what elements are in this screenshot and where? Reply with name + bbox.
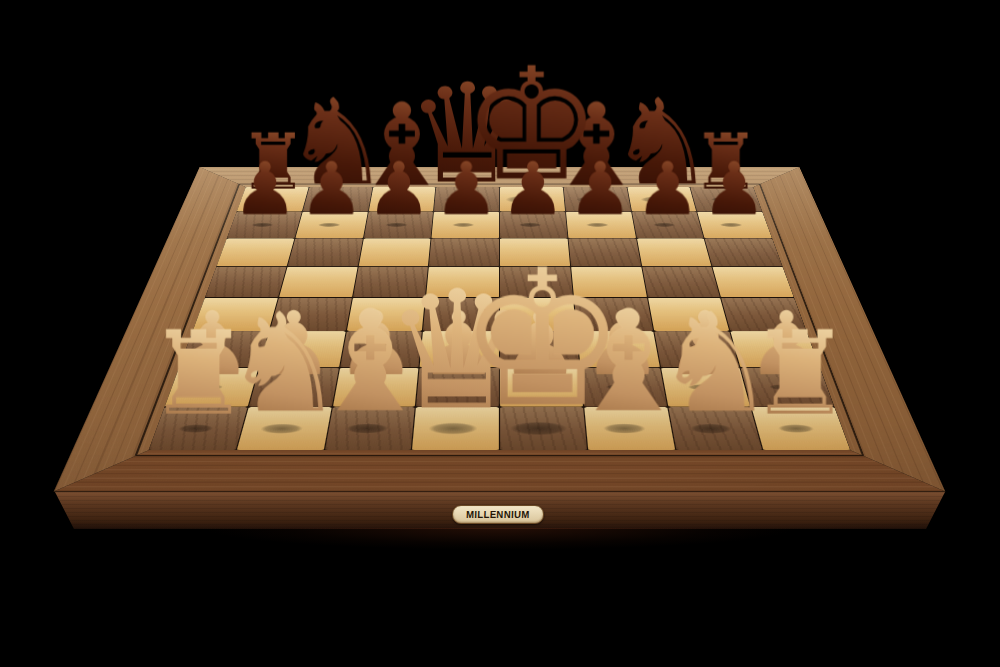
piece-shadow	[706, 197, 740, 203]
scene: ♜♞♝♛♚♝♞♜♟♟♟♟♟♟♟♟♟♟♟♟♟♟♟♟♜♞♝♛♚♝♞♜ MILLENN…	[0, 0, 1000, 667]
piece-shadow	[633, 195, 685, 204]
floor-reflection	[120, 528, 880, 576]
piece-shadow	[515, 222, 546, 228]
black-pawn-h7[interactable]: ♟	[661, 154, 807, 227]
piece-shadow	[381, 222, 412, 228]
chess-board: ♜♞♝♛♚♝♞♜♟♟♟♟♟♟♟♟♟♟♟♟♟♟♟♟♜♞♝♛♚♝♞♜	[54, 167, 945, 491]
piece-shadow	[448, 222, 479, 228]
piece-shadow	[435, 194, 493, 204]
piece-shadow	[715, 222, 747, 228]
piece-shadow	[497, 194, 562, 206]
piece-shadow	[569, 195, 618, 204]
white-king-e1[interactable]: ♚	[354, 245, 731, 433]
piece-shadow	[582, 222, 613, 228]
brand-plate: MILLENNIUM	[452, 505, 544, 524]
piece-shadow	[375, 195, 424, 204]
brand-label: MILLENNIUM	[466, 509, 530, 521]
piece-layer: ♜♞♝♛♚♝♞♜♟♟♟♟♟♟♟♟♟♟♟♟♟♟♟♟♜♞♝♛♚♝♞♜	[54, 167, 945, 491]
board-front-edge: MILLENNIUM	[0, 492, 1000, 529]
piece-shadow	[648, 222, 680, 228]
